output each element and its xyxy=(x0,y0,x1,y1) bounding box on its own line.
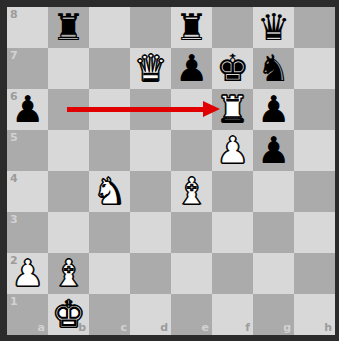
rank-label-4: 4 xyxy=(10,173,18,184)
file-label-d: d xyxy=(160,322,168,333)
square-a2[interactable]: 2♟ xyxy=(7,253,48,294)
black-pawn[interactable]: ♟ xyxy=(175,50,208,87)
square-g1[interactable]: g xyxy=(253,294,294,335)
square-f8[interactable] xyxy=(212,7,253,48)
white-queen[interactable]: ♛ xyxy=(134,50,167,87)
square-a6[interactable]: 6♟ xyxy=(7,89,48,130)
square-d6[interactable] xyxy=(130,89,171,130)
rank-label-5: 5 xyxy=(10,132,18,143)
file-label-c: c xyxy=(120,322,127,333)
square-h6[interactable] xyxy=(294,89,335,130)
square-c6[interactable] xyxy=(89,89,130,130)
square-e7[interactable]: ♟ xyxy=(171,48,212,89)
black-pawn[interactable]: ♟ xyxy=(257,132,290,169)
square-b4[interactable] xyxy=(48,171,89,212)
square-a7[interactable]: 7 xyxy=(7,48,48,89)
white-bishop[interactable]: ♝ xyxy=(52,255,85,292)
square-g6[interactable]: ♟ xyxy=(253,89,294,130)
square-e2[interactable] xyxy=(171,253,212,294)
square-d1[interactable]: d xyxy=(130,294,171,335)
square-d5[interactable] xyxy=(130,130,171,171)
square-c8[interactable] xyxy=(89,7,130,48)
chess-board-frame: 8♜♜♛7♛♟♚♞6♟♜♟5♟♟4♞♝32♟♝1ab♚cdefgh xyxy=(0,0,339,341)
white-pawn[interactable]: ♟ xyxy=(216,132,249,169)
rank-label-3: 3 xyxy=(10,214,18,225)
black-pawn[interactable]: ♟ xyxy=(257,91,290,128)
square-c3[interactable] xyxy=(89,212,130,253)
square-d2[interactable] xyxy=(130,253,171,294)
white-pawn[interactable]: ♟ xyxy=(11,255,44,292)
square-e4[interactable]: ♝ xyxy=(171,171,212,212)
square-b5[interactable] xyxy=(48,130,89,171)
square-c7[interactable] xyxy=(89,48,130,89)
square-d7[interactable]: ♛ xyxy=(130,48,171,89)
black-pawn[interactable]: ♟ xyxy=(11,91,44,128)
square-c1[interactable]: c xyxy=(89,294,130,335)
square-g8[interactable]: ♛ xyxy=(253,7,294,48)
square-g3[interactable] xyxy=(253,212,294,253)
square-h4[interactable] xyxy=(294,171,335,212)
square-b2[interactable]: ♝ xyxy=(48,253,89,294)
square-g5[interactable]: ♟ xyxy=(253,130,294,171)
square-b3[interactable] xyxy=(48,212,89,253)
square-h3[interactable] xyxy=(294,212,335,253)
square-f1[interactable]: f xyxy=(212,294,253,335)
square-f7[interactable]: ♚ xyxy=(212,48,253,89)
square-b7[interactable] xyxy=(48,48,89,89)
file-label-e: e xyxy=(202,322,209,333)
square-g4[interactable] xyxy=(253,171,294,212)
file-label-h: h xyxy=(324,322,332,333)
file-label-a: a xyxy=(38,322,45,333)
white-rook[interactable]: ♜ xyxy=(216,91,249,128)
square-a5[interactable]: 5 xyxy=(7,130,48,171)
square-a8[interactable]: 8 xyxy=(7,7,48,48)
square-f5[interactable]: ♟ xyxy=(212,130,253,171)
square-a1[interactable]: 1a xyxy=(7,294,48,335)
square-h1[interactable]: h xyxy=(294,294,335,335)
square-c2[interactable] xyxy=(89,253,130,294)
square-f3[interactable] xyxy=(212,212,253,253)
square-c5[interactable] xyxy=(89,130,130,171)
square-e3[interactable] xyxy=(171,212,212,253)
square-b8[interactable]: ♜ xyxy=(48,7,89,48)
square-c4[interactable]: ♞ xyxy=(89,171,130,212)
square-h2[interactable] xyxy=(294,253,335,294)
black-king[interactable]: ♚ xyxy=(216,50,249,87)
square-g7[interactable]: ♞ xyxy=(253,48,294,89)
square-d8[interactable] xyxy=(130,7,171,48)
square-d3[interactable] xyxy=(130,212,171,253)
square-e8[interactable]: ♜ xyxy=(171,7,212,48)
black-queen[interactable]: ♛ xyxy=(257,9,290,46)
square-h7[interactable] xyxy=(294,48,335,89)
rank-label-8: 8 xyxy=(10,9,18,20)
square-b1[interactable]: b♚ xyxy=(48,294,89,335)
square-a4[interactable]: 4 xyxy=(7,171,48,212)
white-bishop[interactable]: ♝ xyxy=(175,173,208,210)
square-b6[interactable] xyxy=(48,89,89,130)
chess-board[interactable]: 8♜♜♛7♛♟♚♞6♟♜♟5♟♟4♞♝32♟♝1ab♚cdefgh xyxy=(7,7,335,335)
white-knight[interactable]: ♞ xyxy=(93,173,126,210)
black-rook[interactable]: ♜ xyxy=(52,9,85,46)
rank-label-1: 1 xyxy=(10,296,18,307)
rank-label-7: 7 xyxy=(10,50,18,61)
file-label-g: g xyxy=(283,322,291,333)
black-knight[interactable]: ♞ xyxy=(257,50,290,87)
square-e1[interactable]: e xyxy=(171,294,212,335)
square-e5[interactable] xyxy=(171,130,212,171)
square-f6[interactable]: ♜ xyxy=(212,89,253,130)
square-e6[interactable] xyxy=(171,89,212,130)
square-f2[interactable] xyxy=(212,253,253,294)
square-h8[interactable] xyxy=(294,7,335,48)
square-f4[interactable] xyxy=(212,171,253,212)
square-a3[interactable]: 3 xyxy=(7,212,48,253)
square-g2[interactable] xyxy=(253,253,294,294)
white-king[interactable]: ♚ xyxy=(52,296,85,333)
square-h5[interactable] xyxy=(294,130,335,171)
file-label-f: f xyxy=(245,322,250,333)
square-d4[interactable] xyxy=(130,171,171,212)
black-rook[interactable]: ♜ xyxy=(175,9,208,46)
